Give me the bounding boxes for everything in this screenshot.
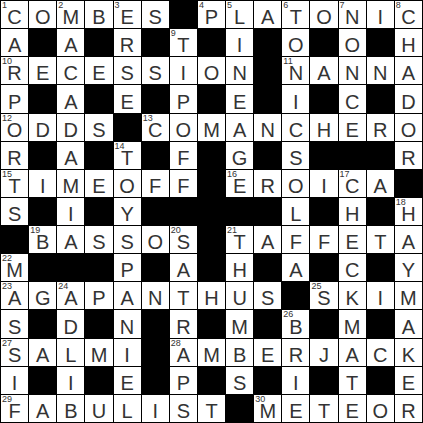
letter-cell[interactable]: E bbox=[29, 57, 56, 84]
letter-cell[interactable]: E bbox=[226, 85, 253, 112]
block-cell bbox=[198, 198, 225, 225]
letter-cell[interactable]: F bbox=[282, 226, 309, 253]
letter-cell[interactable]: N bbox=[367, 57, 394, 84]
letter-cell[interactable]: I bbox=[282, 367, 309, 394]
cell-letter: C bbox=[57, 63, 84, 83]
letter-cell[interactable]: I bbox=[282, 85, 309, 112]
letter-cell[interactable]: 10R bbox=[1, 57, 28, 84]
cell-letter: G bbox=[29, 288, 56, 308]
cell-letter: H bbox=[226, 260, 253, 280]
letter-cell[interactable]: E bbox=[339, 114, 366, 141]
cell-letter: R bbox=[282, 345, 309, 365]
cell-letter: O bbox=[142, 232, 169, 252]
letter-cell[interactable]: A bbox=[395, 310, 422, 337]
letter-cell[interactable]: 6T bbox=[282, 1, 309, 28]
cell-letter: C bbox=[142, 120, 169, 140]
block-cell bbox=[254, 57, 281, 84]
letter-cell[interactable]: O bbox=[282, 29, 309, 56]
cell-letter: A bbox=[395, 232, 422, 252]
letter-cell[interactable]: 12O bbox=[1, 114, 28, 141]
letter-cell[interactable]: M bbox=[198, 339, 225, 366]
letter-cell[interactable]: 29F bbox=[1, 395, 28, 422]
cell-letter: S bbox=[1, 317, 28, 337]
letter-cell[interactable]: P bbox=[114, 254, 141, 281]
letter-cell[interactable]: S bbox=[114, 226, 141, 253]
cell-letter: E bbox=[114, 92, 141, 112]
letter-cell[interactable]: I bbox=[57, 198, 84, 225]
block-cell bbox=[226, 198, 253, 225]
letter-cell[interactable]: N bbox=[226, 57, 253, 84]
letter-cell[interactable]: 27S bbox=[1, 339, 28, 366]
letter-cell[interactable]: H bbox=[226, 254, 253, 281]
letter-cell[interactable]: O bbox=[170, 114, 197, 141]
block-cell bbox=[142, 254, 169, 281]
letter-cell[interactable]: A bbox=[57, 142, 84, 169]
cell-letter: A bbox=[29, 345, 56, 365]
letter-cell[interactable]: T bbox=[198, 395, 225, 422]
block-cell bbox=[310, 29, 337, 56]
letter-cell[interactable]: 30M bbox=[254, 395, 281, 422]
letter-cell[interactable]: M bbox=[339, 310, 366, 337]
cell-letter: I bbox=[310, 176, 337, 196]
letter-cell[interactable]: I bbox=[310, 170, 337, 197]
letter-cell[interactable]: 1C bbox=[1, 1, 28, 28]
cell-letter: I bbox=[282, 373, 309, 393]
cell-letter: C bbox=[339, 176, 366, 196]
letter-cell[interactable]: P bbox=[170, 85, 197, 112]
letter-cell[interactable]: 9T bbox=[170, 29, 197, 56]
letter-cell[interactable]: R bbox=[1, 142, 28, 169]
letter-cell[interactable]: 15T bbox=[1, 170, 28, 197]
cell-letter: O bbox=[367, 401, 394, 421]
cell-letter: C bbox=[1, 7, 28, 27]
cell-letter: A bbox=[57, 92, 84, 112]
letter-cell[interactable]: O bbox=[114, 170, 141, 197]
cell-letter: A bbox=[395, 63, 422, 83]
letter-cell[interactable]: E bbox=[339, 226, 366, 253]
block-cell bbox=[29, 29, 56, 56]
block-cell bbox=[254, 367, 281, 394]
cell-letter: L bbox=[114, 401, 141, 421]
block-cell bbox=[198, 170, 225, 197]
letter-cell[interactable]: I bbox=[367, 1, 394, 28]
letter-cell[interactable]: C bbox=[339, 85, 366, 112]
letter-cell[interactable]: I bbox=[57, 367, 84, 394]
letter-cell[interactable]: 4P bbox=[198, 1, 225, 28]
block-cell bbox=[29, 142, 56, 169]
letter-cell[interactable]: M bbox=[85, 339, 112, 366]
cell-letter: L bbox=[226, 7, 253, 27]
letter-cell[interactable]: I bbox=[142, 395, 169, 422]
letter-cell[interactable]: K bbox=[395, 339, 422, 366]
letter-cell[interactable]: B bbox=[57, 395, 84, 422]
cell-letter: R bbox=[114, 35, 141, 55]
block-cell bbox=[198, 367, 225, 394]
block-cell bbox=[339, 142, 366, 169]
letter-cell[interactable]: S bbox=[142, 57, 169, 84]
cell-letter: I bbox=[367, 7, 394, 27]
block-cell bbox=[29, 85, 56, 112]
cell-letter: S bbox=[170, 232, 197, 252]
letter-cell[interactable]: R bbox=[114, 29, 141, 56]
cell-letter: I bbox=[282, 92, 309, 112]
cell-letter: N bbox=[226, 63, 253, 83]
letter-cell[interactable]: S bbox=[85, 114, 112, 141]
letter-cell[interactable]: E bbox=[114, 367, 141, 394]
cell-letter: A bbox=[254, 232, 281, 252]
cell-letter: P bbox=[170, 92, 197, 112]
letter-cell[interactable]: 5L bbox=[226, 1, 253, 28]
cell-letter: I bbox=[142, 401, 169, 421]
letter-cell[interactable]: F bbox=[170, 170, 197, 197]
letter-cell[interactable]: 8C bbox=[395, 1, 422, 28]
block-cell bbox=[85, 85, 112, 112]
letter-cell[interactable]: H bbox=[310, 114, 337, 141]
letter-cell[interactable]: S bbox=[170, 395, 197, 422]
cell-letter: I bbox=[226, 35, 253, 55]
cell-letter: E bbox=[85, 176, 112, 196]
cell-letter: R bbox=[1, 148, 28, 168]
cell-letter: U bbox=[85, 401, 112, 421]
letter-cell[interactable]: S bbox=[1, 310, 28, 337]
letter-cell[interactable]: D bbox=[57, 310, 84, 337]
letter-cell[interactable]: T bbox=[367, 226, 394, 253]
letter-cell[interactable]: R bbox=[395, 142, 422, 169]
letter-cell[interactable]: 28A bbox=[170, 339, 197, 366]
cell-letter: M bbox=[85, 345, 112, 365]
letter-cell[interactable]: R bbox=[282, 339, 309, 366]
cell-letter: R bbox=[1, 63, 28, 83]
letter-cell[interactable]: 20S bbox=[170, 226, 197, 253]
letter-cell[interactable]: R bbox=[170, 310, 197, 337]
cell-letter: M bbox=[339, 317, 366, 337]
cell-letter: K bbox=[339, 288, 366, 308]
cell-letter: T bbox=[282, 7, 309, 27]
letter-cell[interactable]: A bbox=[254, 226, 281, 253]
letter-cell[interactable]: M bbox=[198, 114, 225, 141]
block-cell bbox=[226, 395, 253, 422]
cell-letter: O bbox=[114, 176, 141, 196]
letter-cell[interactable]: A bbox=[57, 85, 84, 112]
letter-cell[interactable]: F bbox=[170, 142, 197, 169]
cell-letter: O bbox=[395, 120, 422, 140]
block-cell bbox=[310, 142, 337, 169]
block-cell bbox=[29, 198, 56, 225]
letter-cell[interactable]: A bbox=[310, 57, 337, 84]
letter-cell[interactable]: O bbox=[395, 114, 422, 141]
block-cell bbox=[198, 142, 225, 169]
letter-cell[interactable]: B bbox=[226, 339, 253, 366]
letter-cell[interactable]: N bbox=[254, 114, 281, 141]
letter-cell[interactable]: A bbox=[1, 29, 28, 56]
crossword-grid: 1CO2MB3ES4P5LA6TO7NI8CAAR9TIOOH10RECESSI… bbox=[0, 0, 423, 423]
block-cell bbox=[310, 367, 337, 394]
letter-cell[interactable]: D bbox=[57, 114, 84, 141]
letter-cell[interactable]: D bbox=[395, 85, 422, 112]
cell-letter: T bbox=[114, 148, 141, 168]
cell-letter: O bbox=[282, 35, 309, 55]
letter-cell[interactable]: S bbox=[226, 367, 253, 394]
letter-cell[interactable]: E bbox=[114, 85, 141, 112]
letter-cell[interactable]: P bbox=[170, 367, 197, 394]
letter-cell[interactable]: R bbox=[367, 114, 394, 141]
block-cell bbox=[85, 310, 112, 337]
cell-letter: N bbox=[254, 120, 281, 140]
cell-letter: N bbox=[114, 317, 141, 337]
cell-letter: C bbox=[367, 345, 394, 365]
letter-cell[interactable]: S bbox=[142, 1, 169, 28]
cell-letter: E bbox=[226, 92, 253, 112]
cell-letter: P bbox=[1, 92, 28, 112]
cell-letter: S bbox=[85, 120, 112, 140]
letter-cell[interactable]: 26B bbox=[282, 310, 309, 337]
block-cell bbox=[395, 170, 422, 197]
cell-letter: Y bbox=[114, 204, 141, 224]
letter-cell[interactable]: C bbox=[367, 339, 394, 366]
cell-letter: A bbox=[57, 35, 84, 55]
letter-cell[interactable]: L bbox=[57, 339, 84, 366]
letter-cell[interactable]: F bbox=[310, 226, 337, 253]
letter-cell[interactable]: F bbox=[142, 170, 169, 197]
letter-cell[interactable]: J bbox=[310, 339, 337, 366]
letter-cell[interactable]: C bbox=[282, 114, 309, 141]
letter-cell[interactable]: K bbox=[339, 282, 366, 309]
letter-cell[interactable]: T bbox=[339, 367, 366, 394]
block-cell bbox=[367, 29, 394, 56]
letter-cell[interactable]: L bbox=[114, 395, 141, 422]
block-cell bbox=[282, 282, 309, 309]
letter-cell[interactable]: E bbox=[395, 367, 422, 394]
letter-cell[interactable]: C bbox=[339, 254, 366, 281]
letter-cell[interactable]: E bbox=[85, 57, 112, 84]
letter-cell[interactable]: I bbox=[226, 29, 253, 56]
letter-cell[interactable]: 17C bbox=[339, 170, 366, 197]
cell-letter: S bbox=[254, 288, 281, 308]
letter-cell[interactable]: A bbox=[29, 395, 56, 422]
cell-letter: R bbox=[367, 120, 394, 140]
letter-cell[interactable]: 23A bbox=[1, 282, 28, 309]
letter-cell[interactable]: 14T bbox=[114, 142, 141, 169]
letter-cell[interactable]: O bbox=[282, 170, 309, 197]
letter-cell[interactable]: E bbox=[254, 339, 281, 366]
block-cell bbox=[367, 198, 394, 225]
cell-letter: H bbox=[339, 204, 366, 224]
cell-letter: R bbox=[254, 176, 281, 196]
letter-cell[interactable]: O bbox=[142, 226, 169, 253]
block-cell bbox=[254, 29, 281, 56]
cell-letter: H bbox=[395, 35, 422, 55]
letter-cell[interactable]: A bbox=[282, 254, 309, 281]
cell-letter: L bbox=[282, 204, 309, 224]
block-cell bbox=[254, 142, 281, 169]
letter-cell[interactable]: A bbox=[254, 1, 281, 28]
letter-cell[interactable]: T bbox=[170, 282, 197, 309]
letter-cell[interactable]: E bbox=[339, 395, 366, 422]
letter-cell[interactable]: A bbox=[170, 254, 197, 281]
letter-cell[interactable]: R bbox=[254, 170, 281, 197]
cell-letter: Y bbox=[395, 260, 422, 280]
letter-cell[interactable]: S bbox=[282, 142, 309, 169]
cell-letter: E bbox=[29, 63, 56, 83]
letter-cell[interactable]: H bbox=[339, 198, 366, 225]
block-cell bbox=[29, 254, 56, 281]
letter-cell[interactable]: 2M bbox=[57, 1, 84, 28]
cell-letter: A bbox=[1, 35, 28, 55]
letter-cell[interactable]: Y bbox=[114, 198, 141, 225]
letter-cell[interactable]: L bbox=[282, 198, 309, 225]
letter-cell[interactable]: H bbox=[395, 29, 422, 56]
cell-letter: C bbox=[339, 92, 366, 112]
letter-cell[interactable]: N bbox=[114, 310, 141, 337]
letter-cell[interactable]: P bbox=[85, 282, 112, 309]
letter-cell[interactable]: S bbox=[254, 282, 281, 309]
letter-cell[interactable]: G bbox=[226, 142, 253, 169]
cell-letter: C bbox=[282, 120, 309, 140]
cell-letter: H bbox=[395, 204, 422, 224]
letter-cell[interactable]: M bbox=[226, 310, 253, 337]
letter-cell[interactable]: G bbox=[29, 282, 56, 309]
block-cell bbox=[85, 29, 112, 56]
letter-cell[interactable]: 7N bbox=[339, 1, 366, 28]
block-cell bbox=[142, 339, 169, 366]
letter-cell[interactable]: M bbox=[395, 282, 422, 309]
letter-cell[interactable]: I bbox=[170, 57, 197, 84]
letter-cell[interactable]: A bbox=[57, 29, 84, 56]
block-cell bbox=[57, 254, 84, 281]
cell-letter: S bbox=[310, 288, 337, 308]
cell-letter: A bbox=[226, 120, 253, 140]
letter-cell[interactable]: D bbox=[29, 114, 56, 141]
letter-cell[interactable]: S bbox=[85, 226, 112, 253]
cell-letter: O bbox=[170, 120, 197, 140]
block-cell bbox=[85, 198, 112, 225]
cell-letter: E bbox=[339, 401, 366, 421]
letter-cell[interactable]: N bbox=[339, 57, 366, 84]
cell-letter: S bbox=[170, 401, 197, 421]
letter-cell[interactable]: 25S bbox=[310, 282, 337, 309]
letter-cell[interactable]: P bbox=[1, 85, 28, 112]
cell-letter: S bbox=[1, 204, 28, 224]
letter-cell[interactable]: H bbox=[198, 282, 225, 309]
cell-letter: D bbox=[57, 317, 84, 337]
cell-letter: T bbox=[1, 176, 28, 196]
letter-cell[interactable]: E bbox=[282, 395, 309, 422]
letter-cell[interactable]: U bbox=[226, 282, 253, 309]
cell-letter: A bbox=[57, 148, 84, 168]
cell-letter: N bbox=[142, 288, 169, 308]
cell-letter: H bbox=[198, 288, 225, 308]
letter-cell[interactable]: 11N bbox=[282, 57, 309, 84]
letter-cell[interactable]: A bbox=[339, 339, 366, 366]
letter-cell[interactable]: 16E bbox=[226, 170, 253, 197]
cell-letter: S bbox=[114, 63, 141, 83]
letter-cell[interactable]: A bbox=[114, 282, 141, 309]
letter-cell[interactable]: E bbox=[85, 170, 112, 197]
cell-letter: A bbox=[339, 345, 366, 365]
cell-letter: N bbox=[339, 7, 366, 27]
cell-letter: E bbox=[114, 373, 141, 393]
cell-letter: E bbox=[226, 176, 253, 196]
letter-cell[interactable]: A bbox=[395, 57, 422, 84]
block-cell bbox=[142, 142, 169, 169]
block-cell bbox=[170, 1, 197, 28]
cell-letter: M bbox=[198, 120, 225, 140]
letter-cell[interactable]: R bbox=[395, 395, 422, 422]
cell-letter: A bbox=[310, 63, 337, 83]
letter-cell[interactable]: A bbox=[226, 114, 253, 141]
cell-letter: O bbox=[198, 63, 225, 83]
block-cell bbox=[254, 85, 281, 112]
letter-cell[interactable]: O bbox=[29, 1, 56, 28]
letter-cell[interactable]: A bbox=[367, 170, 394, 197]
cell-letter: M bbox=[57, 7, 84, 27]
cell-letter: A bbox=[254, 7, 281, 27]
letter-cell[interactable]: I bbox=[1, 367, 28, 394]
letter-cell[interactable]: I bbox=[114, 339, 141, 366]
cell-letter: M bbox=[1, 260, 28, 280]
cell-letter: N bbox=[339, 63, 366, 83]
cell-letter: S bbox=[85, 232, 112, 252]
letter-cell[interactable]: I bbox=[29, 170, 56, 197]
block-cell bbox=[142, 29, 169, 56]
letter-cell[interactable]: O bbox=[198, 57, 225, 84]
letter-cell[interactable]: O bbox=[339, 29, 366, 56]
block-cell bbox=[85, 367, 112, 394]
letter-cell[interactable]: U bbox=[85, 395, 112, 422]
cell-letter: F bbox=[282, 232, 309, 252]
letter-cell[interactable]: S bbox=[114, 57, 141, 84]
letter-cell[interactable]: A bbox=[395, 226, 422, 253]
letter-cell[interactable]: S bbox=[1, 198, 28, 225]
letter-cell[interactable]: 21T bbox=[226, 226, 253, 253]
cell-letter: R bbox=[395, 148, 422, 168]
letter-cell[interactable]: Y bbox=[395, 254, 422, 281]
letter-cell[interactable]: 19B bbox=[29, 226, 56, 253]
block-cell bbox=[142, 367, 169, 394]
letter-cell[interactable]: 24A bbox=[57, 282, 84, 309]
block-cell bbox=[198, 29, 225, 56]
letter-cell[interactable]: 18H bbox=[395, 198, 422, 225]
block-cell bbox=[310, 85, 337, 112]
cell-letter: R bbox=[170, 317, 197, 337]
letter-cell[interactable]: 3E bbox=[114, 1, 141, 28]
cell-letter: T bbox=[339, 373, 366, 393]
block-cell bbox=[1, 226, 28, 253]
letter-cell[interactable]: O bbox=[310, 1, 337, 28]
cell-letter: T bbox=[198, 401, 225, 421]
letter-cell[interactable]: A bbox=[57, 226, 84, 253]
block-cell bbox=[367, 254, 394, 281]
letter-cell[interactable]: I bbox=[367, 282, 394, 309]
letter-cell[interactable]: M bbox=[57, 170, 84, 197]
letter-cell[interactable]: C bbox=[57, 57, 84, 84]
block-cell bbox=[367, 310, 394, 337]
cell-letter: M bbox=[198, 345, 225, 365]
cell-letter: E bbox=[282, 401, 309, 421]
letter-cell[interactable]: 22M bbox=[1, 254, 28, 281]
letter-cell[interactable]: A bbox=[29, 339, 56, 366]
cell-letter: F bbox=[1, 401, 28, 421]
cell-letter: M bbox=[395, 288, 422, 308]
letter-cell[interactable]: O bbox=[367, 395, 394, 422]
letter-cell[interactable]: N bbox=[142, 282, 169, 309]
block-cell bbox=[29, 310, 56, 337]
cell-letter: M bbox=[254, 401, 281, 421]
letter-cell[interactable]: T bbox=[310, 395, 337, 422]
cell-letter: F bbox=[142, 176, 169, 196]
letter-cell[interactable]: 13C bbox=[142, 114, 169, 141]
letter-cell[interactable]: B bbox=[85, 1, 112, 28]
